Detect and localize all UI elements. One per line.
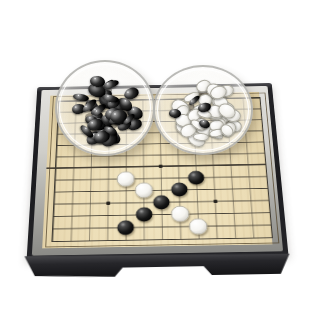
stone-black[interactable] bbox=[153, 195, 170, 210]
bowl-stone-black bbox=[168, 109, 180, 119]
stone-black[interactable] bbox=[135, 207, 152, 222]
white-stone-bowl[interactable] bbox=[153, 65, 253, 155]
star-point bbox=[106, 201, 110, 204]
star-point bbox=[213, 199, 217, 202]
stone-black[interactable] bbox=[117, 220, 134, 235]
black-stone-bowl[interactable] bbox=[55, 60, 155, 156]
board-tilt bbox=[0, 0, 310, 310]
star-point bbox=[159, 165, 163, 168]
product-photo-scene bbox=[0, 0, 310, 310]
stone-white[interactable] bbox=[170, 206, 189, 222]
stone-white[interactable] bbox=[134, 182, 152, 198]
board-front-edge bbox=[24, 252, 289, 281]
stone-black[interactable] bbox=[188, 170, 205, 184]
stone-black[interactable] bbox=[171, 182, 188, 196]
stone-white[interactable] bbox=[117, 171, 135, 187]
stone-white[interactable] bbox=[189, 218, 208, 235]
